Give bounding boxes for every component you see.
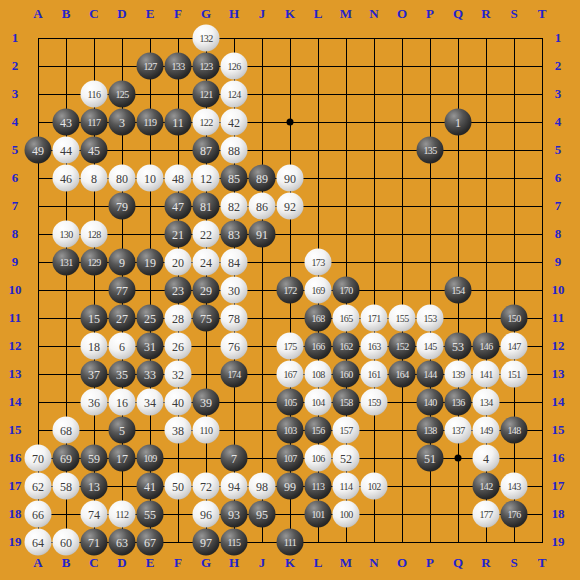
coord-label-right-19: 19	[552, 534, 565, 550]
move-number: 151	[507, 369, 520, 379]
move-number: 147	[507, 341, 520, 351]
move-number: 116	[88, 89, 101, 99]
move-number: 133	[171, 61, 184, 71]
stone-D11-black[interactable]: 27	[109, 305, 136, 332]
move-number: 162	[339, 341, 352, 351]
stone-S17-white[interactable]: 143	[501, 473, 528, 500]
move-number: 132	[199, 33, 212, 43]
coord-label-right-17: 17	[552, 478, 565, 494]
stone-H7-white[interactable]: 82	[221, 193, 248, 220]
move-number: 163	[367, 341, 380, 351]
move-number: 11	[172, 116, 184, 128]
move-number: 37	[88, 368, 100, 380]
move-number: 145	[423, 341, 436, 351]
stone-F14-white[interactable]: 40	[165, 389, 192, 416]
move-number: 128	[87, 229, 100, 239]
stone-D4-black[interactable]: 3	[109, 109, 136, 136]
stone-P5-black[interactable]: 135	[417, 137, 444, 164]
stone-D19-black[interactable]: 63	[109, 529, 136, 556]
stone-P11-white[interactable]: 153	[417, 305, 444, 332]
stone-S15-black[interactable]: 148	[501, 417, 528, 444]
move-number: 152	[395, 341, 408, 351]
stone-K12-white[interactable]: 175	[277, 333, 304, 360]
move-number: 7	[231, 452, 237, 464]
stone-K13-white[interactable]: 167	[277, 361, 304, 388]
stone-M11-white[interactable]: 165	[333, 305, 360, 332]
stone-D18-white[interactable]: 112	[109, 501, 136, 528]
stone-C17-black[interactable]: 13	[81, 473, 108, 500]
move-number: 130	[59, 229, 72, 239]
stone-R16-white[interactable]: 4	[473, 445, 500, 472]
move-number: 143	[507, 481, 520, 491]
move-number: 86	[256, 200, 268, 212]
go-board-screenshot: AABBCCDDEEFFGGHHJJKKLLMMNNOOPPQQRRSSTT11…	[0, 0, 580, 580]
stone-D10-black[interactable]: 77	[109, 277, 136, 304]
stone-S18-black[interactable]: 176	[501, 501, 528, 528]
coord-label-bottom-F: F	[174, 555, 182, 571]
move-number: 126	[227, 61, 240, 71]
stone-P14-black[interactable]: 140	[417, 389, 444, 416]
move-number: 153	[423, 313, 436, 323]
move-number: 101	[311, 509, 324, 519]
move-number: 100	[339, 509, 352, 519]
move-number: 150	[507, 313, 520, 323]
stone-G10-black[interactable]: 29	[193, 277, 220, 304]
stone-G14-black[interactable]: 39	[193, 389, 220, 416]
stone-G7-black[interactable]: 81	[193, 193, 220, 220]
stone-C16-black[interactable]: 59	[81, 445, 108, 472]
stone-H4-white[interactable]: 42	[221, 109, 248, 136]
stone-Q4-black[interactable]: 1	[445, 109, 472, 136]
coord-label-right-5: 5	[555, 142, 562, 158]
coord-label-left-1: 1	[12, 30, 19, 46]
stone-L16-white[interactable]: 106	[305, 445, 332, 472]
stone-K6-white[interactable]: 90	[277, 165, 304, 192]
stone-G8-white[interactable]: 22	[193, 221, 220, 248]
coord-label-bottom-M: M	[340, 555, 352, 571]
stone-E16-black[interactable]: 109	[137, 445, 164, 472]
stone-Q15-white[interactable]: 137	[445, 417, 472, 444]
stone-R15-white[interactable]: 149	[473, 417, 500, 444]
stone-H6-black[interactable]: 85	[221, 165, 248, 192]
stone-E6-white[interactable]: 10	[137, 165, 164, 192]
move-number: 55	[144, 508, 156, 520]
stone-G15-white[interactable]: 110	[193, 417, 220, 444]
stone-C9-black[interactable]: 129	[81, 249, 108, 276]
move-number: 23	[172, 284, 184, 296]
move-number: 31	[144, 340, 156, 352]
move-number: 166	[311, 341, 324, 351]
move-number: 170	[339, 285, 352, 295]
move-number: 115	[228, 537, 241, 547]
move-number: 33	[144, 368, 156, 380]
move-number: 25	[144, 312, 156, 324]
stone-E11-black[interactable]: 25	[137, 305, 164, 332]
stone-P15-black[interactable]: 138	[417, 417, 444, 444]
stone-K14-black[interactable]: 105	[277, 389, 304, 416]
coord-label-left-5: 5	[12, 142, 19, 158]
move-number: 26	[172, 340, 184, 352]
move-number: 160	[339, 369, 352, 379]
stone-E13-black[interactable]: 33	[137, 361, 164, 388]
move-number: 135	[423, 145, 436, 155]
move-number: 58	[60, 480, 72, 492]
stone-K16-black[interactable]: 107	[277, 445, 304, 472]
stone-Q14-black[interactable]: 136	[445, 389, 472, 416]
stone-A16-white[interactable]: 70	[25, 445, 52, 472]
coord-label-bottom-J: J	[259, 555, 266, 571]
stone-D7-black[interactable]: 79	[109, 193, 136, 220]
stone-S12-white[interactable]: 147	[501, 333, 528, 360]
stone-F2-black[interactable]: 133	[165, 53, 192, 80]
coord-label-right-15: 15	[552, 422, 565, 438]
stone-M10-black[interactable]: 170	[333, 277, 360, 304]
stone-N11-white[interactable]: 171	[361, 305, 388, 332]
stone-S13-white[interactable]: 151	[501, 361, 528, 388]
stone-E4-black[interactable]: 119	[137, 109, 164, 136]
stone-P16-black[interactable]: 51	[417, 445, 444, 472]
move-number: 87	[200, 144, 212, 156]
stone-R12-black[interactable]: 146	[473, 333, 500, 360]
coord-label-bottom-O: O	[397, 555, 407, 571]
stone-G3-black[interactable]: 121	[193, 81, 220, 108]
move-number: 4	[483, 452, 489, 464]
coord-label-top-F: F	[174, 6, 182, 22]
stone-E9-black[interactable]: 19	[137, 249, 164, 276]
stone-M16-white[interactable]: 52	[333, 445, 360, 472]
stone-J6-black[interactable]: 89	[249, 165, 276, 192]
stone-D14-white[interactable]: 16	[109, 389, 136, 416]
move-number: 95	[256, 508, 268, 520]
stone-G5-black[interactable]: 87	[193, 137, 220, 164]
stone-D16-black[interactable]: 17	[109, 445, 136, 472]
stone-C13-black[interactable]: 37	[81, 361, 108, 388]
stone-R18-white[interactable]: 177	[473, 501, 500, 528]
move-number: 89	[256, 172, 268, 184]
move-number: 110	[200, 425, 213, 435]
stone-G18-white[interactable]: 96	[193, 501, 220, 528]
stone-D12-white[interactable]: 6	[109, 333, 136, 360]
stone-C4-black[interactable]: 117	[81, 109, 108, 136]
move-number: 137	[451, 425, 464, 435]
move-number: 19	[144, 256, 156, 268]
stone-P13-black[interactable]: 144	[417, 361, 444, 388]
coord-label-bottom-Q: Q	[453, 555, 463, 571]
coord-label-bottom-A: A	[33, 555, 42, 571]
stone-G11-black[interactable]: 75	[193, 305, 220, 332]
stone-O11-white[interactable]: 155	[389, 305, 416, 332]
stone-H16-black[interactable]: 7	[221, 445, 248, 472]
stone-J18-black[interactable]: 95	[249, 501, 276, 528]
stone-C19-black[interactable]: 71	[81, 529, 108, 556]
move-number: 122	[199, 117, 212, 127]
move-number: 53	[452, 340, 464, 352]
move-number: 172	[283, 285, 296, 295]
stone-K19-black[interactable]: 111	[277, 529, 304, 556]
move-number: 103	[283, 425, 296, 435]
stone-H10-white[interactable]: 30	[221, 277, 248, 304]
stone-F8-black[interactable]: 21	[165, 221, 192, 248]
move-number: 69	[60, 452, 72, 464]
stone-E14-white[interactable]: 34	[137, 389, 164, 416]
stone-B4-black[interactable]: 43	[53, 109, 80, 136]
stone-A19-white[interactable]: 64	[25, 529, 52, 556]
move-number: 59	[88, 452, 100, 464]
stone-C8-white[interactable]: 128	[81, 221, 108, 248]
star-point-Q16	[455, 455, 462, 462]
move-number: 27	[116, 312, 128, 324]
stone-F13-white[interactable]: 32	[165, 361, 192, 388]
stone-H13-black[interactable]: 174	[221, 361, 248, 388]
stone-B16-black[interactable]: 69	[53, 445, 80, 472]
move-number: 174	[227, 369, 240, 379]
move-number: 63	[116, 536, 128, 548]
stone-M12-black[interactable]: 162	[333, 333, 360, 360]
stone-G2-black[interactable]: 123	[193, 53, 220, 80]
stone-H17-white[interactable]: 94	[221, 473, 248, 500]
stone-B17-white[interactable]: 58	[53, 473, 80, 500]
move-number: 74	[88, 508, 100, 520]
stone-M18-white[interactable]: 100	[333, 501, 360, 528]
move-number: 157	[339, 425, 352, 435]
stone-E17-black[interactable]: 41	[137, 473, 164, 500]
move-number: 113	[312, 481, 325, 491]
stone-K7-white[interactable]: 92	[277, 193, 304, 220]
move-number: 52	[340, 452, 352, 464]
coord-label-top-C: C	[89, 6, 98, 22]
stone-B19-white[interactable]: 60	[53, 529, 80, 556]
coord-label-right-18: 18	[552, 506, 565, 522]
coord-label-left-13: 13	[9, 366, 22, 382]
stone-A5-black[interactable]: 49	[25, 137, 52, 164]
stone-E2-black[interactable]: 127	[137, 53, 164, 80]
move-number: 134	[479, 397, 492, 407]
stone-G4-white[interactable]: 122	[193, 109, 220, 136]
move-number: 114	[340, 481, 353, 491]
move-number: 36	[88, 396, 100, 408]
stone-C6-white[interactable]: 8	[81, 165, 108, 192]
stone-B8-white[interactable]: 130	[53, 221, 80, 248]
coord-label-top-R: R	[481, 6, 490, 22]
stone-Q12-black[interactable]: 53	[445, 333, 472, 360]
coord-label-top-P: P	[426, 6, 434, 22]
stone-G17-white[interactable]: 72	[193, 473, 220, 500]
coord-label-top-J: J	[259, 6, 266, 22]
stone-L9-white[interactable]: 173	[305, 249, 332, 276]
stone-G1-white[interactable]: 132	[193, 25, 220, 52]
move-number: 117	[88, 117, 101, 127]
stone-S11-black[interactable]: 150	[501, 305, 528, 332]
coord-label-top-B: B	[62, 6, 71, 22]
move-number: 66	[32, 508, 44, 520]
stone-M14-black[interactable]: 158	[333, 389, 360, 416]
move-number: 49	[32, 144, 44, 156]
stone-L15-black[interactable]: 156	[305, 417, 332, 444]
stone-B15-white[interactable]: 68	[53, 417, 80, 444]
move-number: 8	[91, 172, 97, 184]
stone-N13-white[interactable]: 161	[361, 361, 388, 388]
move-number: 16	[116, 396, 128, 408]
move-number: 1	[455, 116, 461, 128]
stone-H8-black[interactable]: 83	[221, 221, 248, 248]
move-number: 77	[116, 284, 128, 296]
stone-O13-black[interactable]: 164	[389, 361, 416, 388]
move-number: 64	[32, 536, 44, 548]
stone-F12-white[interactable]: 26	[165, 333, 192, 360]
stone-F7-black[interactable]: 47	[165, 193, 192, 220]
stone-L10-white[interactable]: 169	[305, 277, 332, 304]
move-number: 48	[172, 172, 184, 184]
stone-C11-black[interactable]: 15	[81, 305, 108, 332]
move-number: 10	[144, 172, 156, 184]
move-number: 22	[200, 228, 212, 240]
coord-label-top-O: O	[397, 6, 407, 22]
stone-C12-white[interactable]: 18	[81, 333, 108, 360]
stone-A18-white[interactable]: 66	[25, 501, 52, 528]
stone-L17-black[interactable]: 113	[305, 473, 332, 500]
move-number: 124	[227, 89, 240, 99]
move-number: 105	[283, 397, 296, 407]
move-number: 21	[172, 228, 184, 240]
move-number: 83	[228, 228, 240, 240]
coord-label-top-M: M	[340, 6, 352, 22]
coord-label-left-7: 7	[12, 198, 19, 214]
move-number: 91	[256, 228, 268, 240]
stone-D3-black[interactable]: 125	[109, 81, 136, 108]
stone-R17-black[interactable]: 142	[473, 473, 500, 500]
stone-M17-white[interactable]: 114	[333, 473, 360, 500]
stone-E12-black[interactable]: 31	[137, 333, 164, 360]
stone-M13-black[interactable]: 160	[333, 361, 360, 388]
move-number: 17	[116, 452, 128, 464]
stone-F15-white[interactable]: 38	[165, 417, 192, 444]
stone-E18-black[interactable]: 55	[137, 501, 164, 528]
move-number: 94	[228, 480, 240, 492]
move-number: 169	[311, 285, 324, 295]
stone-D9-black[interactable]: 9	[109, 249, 136, 276]
move-number: 149	[479, 425, 492, 435]
stone-F6-white[interactable]: 48	[165, 165, 192, 192]
stone-D13-black[interactable]: 35	[109, 361, 136, 388]
coord-label-bottom-H: H	[229, 555, 239, 571]
coord-label-right-10: 10	[552, 282, 565, 298]
stone-H2-white[interactable]: 126	[221, 53, 248, 80]
move-number: 155	[395, 313, 408, 323]
stone-C14-white[interactable]: 36	[81, 389, 108, 416]
move-number: 80	[116, 172, 128, 184]
stone-B6-white[interactable]: 46	[53, 165, 80, 192]
stone-G9-white[interactable]: 24	[193, 249, 220, 276]
stone-Q13-white[interactable]: 139	[445, 361, 472, 388]
move-number: 111	[284, 537, 296, 547]
stone-J8-black[interactable]: 91	[249, 221, 276, 248]
move-number: 161	[367, 369, 380, 379]
stone-R13-white[interactable]: 141	[473, 361, 500, 388]
move-number: 70	[32, 452, 44, 464]
stone-H12-white[interactable]: 76	[221, 333, 248, 360]
move-number: 20	[172, 256, 184, 268]
stone-P12-white[interactable]: 145	[417, 333, 444, 360]
stone-E19-black[interactable]: 67	[137, 529, 164, 556]
stone-K15-black[interactable]: 103	[277, 417, 304, 444]
stone-B9-black[interactable]: 131	[53, 249, 80, 276]
stone-L14-white[interactable]: 104	[305, 389, 332, 416]
stone-H5-white[interactable]: 88	[221, 137, 248, 164]
stone-L12-black[interactable]: 166	[305, 333, 332, 360]
move-number: 93	[228, 508, 240, 520]
stone-N12-white[interactable]: 163	[361, 333, 388, 360]
stone-F4-black[interactable]: 11	[165, 109, 192, 136]
move-number: 32	[172, 368, 184, 380]
move-number: 41	[144, 480, 156, 492]
stone-H19-black[interactable]: 115	[221, 529, 248, 556]
stone-H18-black[interactable]: 93	[221, 501, 248, 528]
stone-J7-white[interactable]: 86	[249, 193, 276, 220]
coord-label-top-S: S	[510, 6, 517, 22]
coord-label-left-14: 14	[9, 394, 22, 410]
stone-L11-black[interactable]: 168	[305, 305, 332, 332]
stone-F10-black[interactable]: 23	[165, 277, 192, 304]
move-number: 72	[200, 480, 212, 492]
stone-A17-white[interactable]: 62	[25, 473, 52, 500]
stone-K17-black[interactable]: 99	[277, 473, 304, 500]
stone-F17-white[interactable]: 50	[165, 473, 192, 500]
move-number: 107	[283, 453, 296, 463]
move-number: 131	[59, 257, 72, 267]
stone-J17-white[interactable]: 98	[249, 473, 276, 500]
grid-line-vertical	[374, 38, 375, 543]
coord-label-left-16: 16	[9, 450, 22, 466]
coord-label-left-9: 9	[12, 254, 19, 270]
stone-H3-white[interactable]: 124	[221, 81, 248, 108]
coord-label-right-12: 12	[552, 338, 565, 354]
stone-G19-black[interactable]: 97	[193, 529, 220, 556]
move-number: 141	[479, 369, 492, 379]
coord-label-bottom-G: G	[201, 555, 211, 571]
stone-F11-white[interactable]: 28	[165, 305, 192, 332]
stone-F9-white[interactable]: 20	[165, 249, 192, 276]
move-number: 79	[116, 200, 128, 212]
stone-H9-white[interactable]: 84	[221, 249, 248, 276]
stone-K10-black[interactable]: 172	[277, 277, 304, 304]
stone-R14-white[interactable]: 134	[473, 389, 500, 416]
stone-Q10-black[interactable]: 154	[445, 277, 472, 304]
stone-H11-white[interactable]: 78	[221, 305, 248, 332]
move-number: 15	[88, 312, 100, 324]
move-number: 68	[60, 424, 72, 436]
stone-D15-black[interactable]: 5	[109, 417, 136, 444]
stone-B5-white[interactable]: 44	[53, 137, 80, 164]
stone-G6-white[interactable]: 12	[193, 165, 220, 192]
move-number: 13	[88, 480, 100, 492]
move-number: 142	[479, 481, 492, 491]
stone-O12-black[interactable]: 152	[389, 333, 416, 360]
move-number: 98	[256, 480, 268, 492]
stone-N14-white[interactable]: 159	[361, 389, 388, 416]
move-number: 38	[172, 424, 184, 436]
coord-label-left-17: 17	[9, 478, 22, 494]
move-number: 3	[119, 116, 125, 128]
move-number: 90	[284, 172, 296, 184]
stone-C5-black[interactable]: 45	[81, 137, 108, 164]
stone-N17-white[interactable]: 102	[361, 473, 388, 500]
stone-L13-white[interactable]: 108	[305, 361, 332, 388]
stone-C18-white[interactable]: 74	[81, 501, 108, 528]
stone-L18-black[interactable]: 101	[305, 501, 332, 528]
stone-M15-white[interactable]: 157	[333, 417, 360, 444]
stone-D6-white[interactable]: 80	[109, 165, 136, 192]
stone-C3-white[interactable]: 116	[81, 81, 108, 108]
